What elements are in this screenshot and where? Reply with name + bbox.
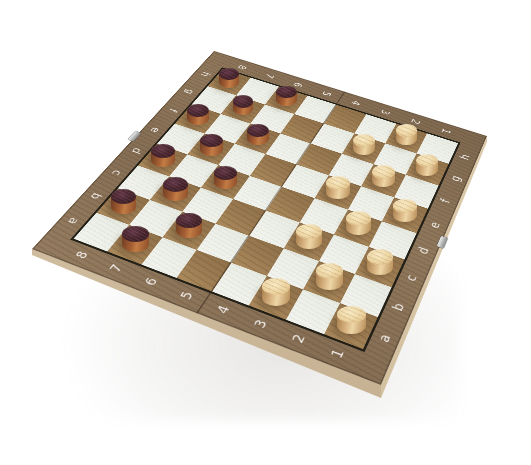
label-file-b-rank8-edge: b: [88, 192, 103, 201]
label-rank-6-filea-edge: 6: [143, 276, 160, 287]
label-rank-4-fileh-edge: 4: [349, 99, 361, 106]
label-file-h-rank1-edge: h: [458, 153, 471, 161]
label-file-d-rank8-edge: d: [129, 147, 143, 155]
label-file-c-rank1-edge: c: [404, 273, 419, 283]
label-rank-6-fileh-edge: 6: [292, 81, 304, 88]
label-file-b-rank1-edge: b: [391, 301, 407, 312]
label-rank-1-filea-edge: 1: [329, 347, 346, 359]
label-file-f-rank8-edge: f: [167, 108, 179, 114]
checkers-board-photo: aa11bb22cc33dd44ee55ff66gg77hh88: [0, 0, 531, 465]
label-rank-3-fileh-edge: 3: [379, 109, 392, 116]
label-file-d-rank1-edge: d: [416, 246, 431, 256]
label-rank-8-fileh-edge: 8: [236, 64, 248, 71]
label-rank-3-filea-edge: 3: [252, 318, 269, 330]
label-file-a-rank1-edge: a: [376, 332, 392, 344]
label-file-e-rank1-edge: e: [428, 220, 442, 229]
label-file-a-rank8-edge: a: [65, 216, 81, 226]
label-rank-5-fileh-edge: 5: [320, 90, 332, 97]
metal-latch-rank8-edge: [128, 131, 141, 141]
label-file-e-rank8-edge: e: [148, 126, 162, 134]
label-rank-7-fileh-edge: 7: [263, 73, 275, 80]
label-rank-4-filea-edge: 4: [215, 304, 232, 316]
label-file-g-rank1-edge: g: [449, 174, 462, 182]
label-file-h-rank8-edge: h: [199, 71, 212, 78]
label-file-f-rank1-edge: f: [439, 198, 452, 205]
label-file-g-rank8-edge: g: [183, 88, 196, 95]
label-rank-7-filea-edge: 7: [108, 263, 125, 274]
label-rank-1-fileh-edge: 1: [440, 127, 453, 134]
label-rank-2-fileh-edge: 2: [409, 118, 422, 125]
label-rank-8-filea-edge: 8: [74, 250, 91, 260]
label-rank-2-filea-edge: 2: [290, 333, 307, 345]
label-rank-5-filea-edge: 5: [178, 290, 195, 301]
label-file-c-rank8-edge: c: [110, 169, 124, 177]
